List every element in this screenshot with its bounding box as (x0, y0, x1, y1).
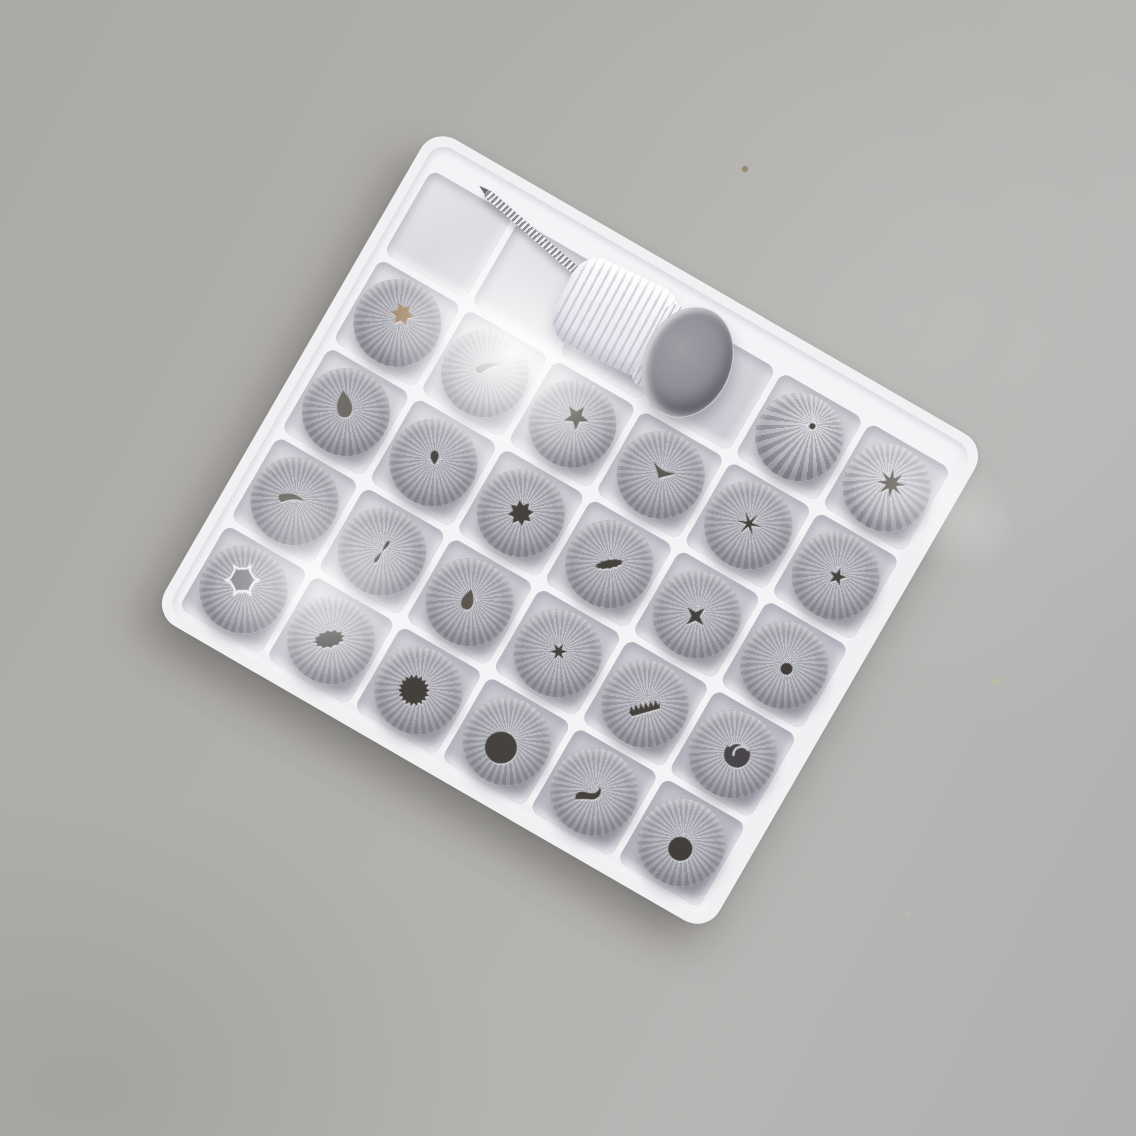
box-tray (166, 140, 974, 919)
dust-speck (742, 166, 748, 172)
dust-speck (905, 912, 910, 917)
photo-stage (0, 0, 1136, 1136)
nozzle-storage-box (152, 127, 987, 934)
dust-speck (993, 678, 1000, 685)
